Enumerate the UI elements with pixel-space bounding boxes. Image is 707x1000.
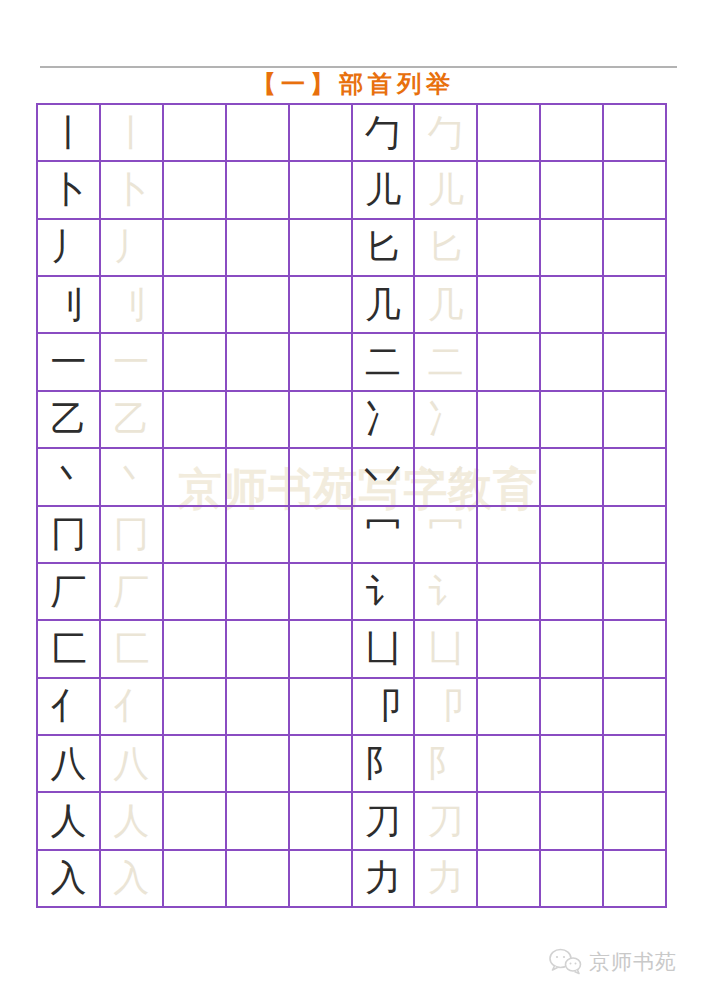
grid-cell-r10-c10 — [604, 621, 667, 678]
grid-cell-r11-c3 — [164, 679, 227, 736]
grid-cell-r5-c4 — [227, 334, 290, 391]
grid-cell-r13-c2: 人 — [101, 793, 164, 850]
grid-cell-r10-c6: 凵 — [353, 621, 416, 678]
grid-cell-r5-c6: 二 — [353, 334, 416, 391]
grid-cell-r14-c8 — [478, 851, 541, 908]
grid-cell-r11-c9 — [541, 679, 604, 736]
grid-cell-r9-c1: 厂 — [38, 564, 101, 621]
grid-cell-r9-c5 — [290, 564, 353, 621]
grid-cell-r7-c3 — [164, 449, 227, 506]
grid-cell-r3-c9 — [541, 220, 604, 277]
grid-cell-r8-c10 — [604, 507, 667, 564]
grid-cell-r9-c10 — [604, 564, 667, 621]
grid-cell-r5-c5 — [290, 334, 353, 391]
wechat-icon — [548, 947, 582, 976]
grid-cell-r8-c5 — [290, 507, 353, 564]
grid-cell-r3-c2: 丿 — [101, 220, 164, 277]
grid-cell-r4-c1: 刂 — [38, 277, 101, 334]
grid-cell-r10-c2: 匚 — [101, 621, 164, 678]
grid-cell-r14-c5 — [290, 851, 353, 908]
grid-cell-r10-c5 — [290, 621, 353, 678]
grid-cell-r4-c3 — [164, 277, 227, 334]
grid-cell-r11-c10 — [604, 679, 667, 736]
radical-grid: 丨丨勹勹卜卜儿儿丿丿匕匕刂刂几几一一二二乙乙冫冫丶丶丷丷冂冂冖冖厂厂讠讠匚匚凵凵… — [36, 103, 667, 908]
grid-cell-r8-c8 — [478, 507, 541, 564]
grid-cell-r2-c7: 儿 — [415, 162, 478, 219]
footer-brand-text: 京师书苑 — [589, 948, 677, 976]
grid-cell-r14-c4 — [227, 851, 290, 908]
grid-cell-r12-c8 — [478, 736, 541, 793]
grid-cell-r9-c4 — [227, 564, 290, 621]
grid-cell-r9-c9 — [541, 564, 604, 621]
grid-cell-r10-c3 — [164, 621, 227, 678]
grid-cell-r14-c2: 入 — [101, 851, 164, 908]
grid-cell-r8-c3 — [164, 507, 227, 564]
grid-cell-r5-c7: 二 — [415, 334, 478, 391]
grid-cell-r2-c1: 卜 — [38, 162, 101, 219]
grid-cell-r13-c4 — [227, 793, 290, 850]
grid-cell-r13-c7: 刀 — [415, 793, 478, 850]
grid-cell-r7-c10 — [604, 449, 667, 506]
grid-cell-r3-c4 — [227, 220, 290, 277]
grid-cell-r2-c10 — [604, 162, 667, 219]
grid-cell-r11-c5 — [290, 679, 353, 736]
grid-cell-r14-c10 — [604, 851, 667, 908]
grid-cell-r12-c10 — [604, 736, 667, 793]
grid-cell-r12-c5 — [290, 736, 353, 793]
grid-cell-r7-c1: 丶 — [38, 449, 101, 506]
grid-cell-r2-c6: 儿 — [353, 162, 416, 219]
grid-cell-r5-c2: 一 — [101, 334, 164, 391]
grid-cell-r8-c1: 冂 — [38, 507, 101, 564]
grid-cell-r8-c2: 冂 — [101, 507, 164, 564]
grid-cell-r11-c2: 亻 — [101, 679, 164, 736]
page-title: 【一】部首列举 — [0, 68, 707, 100]
grid-cell-r9-c8 — [478, 564, 541, 621]
grid-cell-r3-c1: 丿 — [38, 220, 101, 277]
grid-cell-r9-c6: 讠 — [353, 564, 416, 621]
grid-cell-r8-c6: 冖 — [353, 507, 416, 564]
grid-cell-r6-c9 — [541, 392, 604, 449]
grid-cell-r12-c2: 八 — [101, 736, 164, 793]
grid-cell-r4-c2: 刂 — [101, 277, 164, 334]
grid-cell-r7-c7: 丷 — [415, 449, 478, 506]
grid-cell-r7-c4 — [227, 449, 290, 506]
grid-cell-r1-c8 — [478, 105, 541, 162]
grid-cell-r10-c9 — [541, 621, 604, 678]
grid-cell-r9-c3 — [164, 564, 227, 621]
grid-cell-r1-c6: 勹 — [353, 105, 416, 162]
grid-cell-r13-c5 — [290, 793, 353, 850]
grid-cell-r1-c3 — [164, 105, 227, 162]
grid-cell-r10-c7: 凵 — [415, 621, 478, 678]
grid-cell-r4-c6: 几 — [353, 277, 416, 334]
grid-cell-r1-c2: 丨 — [101, 105, 164, 162]
grid-cell-r4-c8 — [478, 277, 541, 334]
grid-cell-r13-c9 — [541, 793, 604, 850]
grid-cell-r6-c2: 乙 — [101, 392, 164, 449]
grid-cell-r3-c8 — [478, 220, 541, 277]
grid-cell-r8-c7: 冖 — [415, 507, 478, 564]
grid-cell-r4-c4 — [227, 277, 290, 334]
grid-cell-r11-c4 — [227, 679, 290, 736]
grid-cell-r14-c6: 力 — [353, 851, 416, 908]
grid-cell-r3-c10 — [604, 220, 667, 277]
grid-cell-r10-c1: 匚 — [38, 621, 101, 678]
grid-cell-r12-c3 — [164, 736, 227, 793]
grid-cell-r6-c5 — [290, 392, 353, 449]
grid-cell-r1-c5 — [290, 105, 353, 162]
grid-cell-r14-c1: 入 — [38, 851, 101, 908]
grid-cell-r11-c6: 卩 — [353, 679, 416, 736]
grid-cell-r7-c2: 丶 — [101, 449, 164, 506]
grid-cell-r10-c4 — [227, 621, 290, 678]
grid-cell-r14-c7: 力 — [415, 851, 478, 908]
grid-cell-r14-c9 — [541, 851, 604, 908]
grid-cell-r6-c6: 冫 — [353, 392, 416, 449]
grid-cell-r6-c4 — [227, 392, 290, 449]
grid-cell-r9-c2: 厂 — [101, 564, 164, 621]
grid-cell-r4-c7: 几 — [415, 277, 478, 334]
grid-cell-r3-c3 — [164, 220, 227, 277]
grid-cell-r5-c8 — [478, 334, 541, 391]
grid-cell-r3-c5 — [290, 220, 353, 277]
grid-cell-r6-c3 — [164, 392, 227, 449]
grid-cell-r13-c10 — [604, 793, 667, 850]
grid-cell-r7-c9 — [541, 449, 604, 506]
grid-cell-r7-c5 — [290, 449, 353, 506]
grid-cell-r1-c10 — [604, 105, 667, 162]
grid-cell-r5-c10 — [604, 334, 667, 391]
grid-cell-r6-c10 — [604, 392, 667, 449]
grid-cell-r6-c7: 冫 — [415, 392, 478, 449]
grid-cell-r13-c6: 刀 — [353, 793, 416, 850]
grid-cell-r5-c1: 一 — [38, 334, 101, 391]
grid-cell-r2-c9 — [541, 162, 604, 219]
grid-cell-r12-c4 — [227, 736, 290, 793]
grid-cell-r10-c8 — [478, 621, 541, 678]
grid-cell-r14-c3 — [164, 851, 227, 908]
grid-cell-r6-c8 — [478, 392, 541, 449]
grid-cell-r2-c4 — [227, 162, 290, 219]
grid-cell-r1-c7: 勹 — [415, 105, 478, 162]
grid-cell-r3-c6: 匕 — [353, 220, 416, 277]
grid-cell-r2-c5 — [290, 162, 353, 219]
grid-cell-r7-c8 — [478, 449, 541, 506]
grid-cell-r2-c2: 卜 — [101, 162, 164, 219]
grid-cell-r1-c4 — [227, 105, 290, 162]
grid-cell-r6-c1: 乙 — [38, 392, 101, 449]
grid-cell-r11-c8 — [478, 679, 541, 736]
grid-cell-r8-c4 — [227, 507, 290, 564]
grid-cell-r2-c8 — [478, 162, 541, 219]
grid-cell-r11-c7: 卩 — [415, 679, 478, 736]
grid-cell-r4-c10 — [604, 277, 667, 334]
grid-cell-r11-c1: 亻 — [38, 679, 101, 736]
grid-cell-r4-c9 — [541, 277, 604, 334]
grid-cell-r5-c9 — [541, 334, 604, 391]
grid-cell-r13-c8 — [478, 793, 541, 850]
grid-cell-r4-c5 — [290, 277, 353, 334]
grid-cell-r12-c6: 阝 — [353, 736, 416, 793]
grid-cell-r13-c3 — [164, 793, 227, 850]
footer-brand: 京师书苑 — [548, 947, 677, 976]
grid-cell-r1-c9 — [541, 105, 604, 162]
grid-cell-r12-c9 — [541, 736, 604, 793]
worksheet-page: 【一】部首列举 京师书苑写字教育 丨丨勹勹卜卜儿儿丿丿匕匕刂刂几几一一二二乙乙冫… — [0, 0, 707, 1000]
grid-cell-r8-c9 — [541, 507, 604, 564]
grid-cell-r3-c7: 匕 — [415, 220, 478, 277]
grid-cell-r5-c3 — [164, 334, 227, 391]
grid-cell-r13-c1: 人 — [38, 793, 101, 850]
grid-cell-r12-c7: 阝 — [415, 736, 478, 793]
grid-cell-r2-c3 — [164, 162, 227, 219]
grid-cell-r12-c1: 八 — [38, 736, 101, 793]
grid-cell-r7-c6: 丷 — [353, 449, 416, 506]
grid-cell-r1-c1: 丨 — [38, 105, 101, 162]
grid-cell-r9-c7: 讠 — [415, 564, 478, 621]
